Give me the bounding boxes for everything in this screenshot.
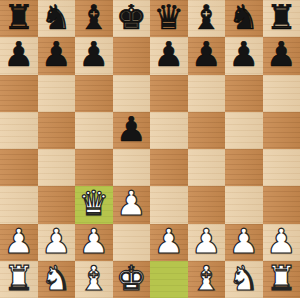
square-r3c6[interactable] — [225, 112, 263, 149]
black-pawn[interactable]: ♟ — [266, 37, 296, 73]
square-r4c0[interactable] — [0, 149, 38, 186]
square-r5c7[interactable] — [263, 186, 301, 223]
square-r4c7[interactable] — [263, 149, 301, 186]
square-r2c4[interactable] — [150, 75, 188, 112]
square-r3c0[interactable] — [0, 112, 38, 149]
black-pawn[interactable]: ♟ — [191, 37, 221, 73]
square-r5c6[interactable] — [225, 186, 263, 223]
square-r2c2[interactable] — [75, 75, 113, 112]
black-pawn[interactable]: ♟ — [79, 37, 109, 73]
white-bishop[interactable]: ♝ — [79, 261, 109, 297]
white-knight[interactable]: ♞ — [229, 261, 259, 297]
white-pawn[interactable]: ♟ — [4, 224, 34, 260]
square-r1c0[interactable]: ♟ — [0, 37, 38, 74]
square-r1c1[interactable]: ♟ — [38, 37, 76, 74]
square-r4c2[interactable] — [75, 149, 113, 186]
square-r6c2[interactable]: ♟ — [75, 224, 113, 261]
black-knight[interactable]: ♞ — [41, 0, 71, 36]
black-bishop[interactable]: ♝ — [79, 0, 109, 36]
white-knight[interactable]: ♞ — [41, 261, 71, 297]
black-rook[interactable]: ♜ — [266, 0, 296, 36]
white-rook[interactable]: ♜ — [266, 261, 296, 297]
square-r5c5[interactable] — [188, 186, 226, 223]
square-r1c4[interactable]: ♟ — [150, 37, 188, 74]
square-r3c3[interactable]: ♟ — [113, 112, 151, 149]
square-r4c4[interactable] — [150, 149, 188, 186]
square-r2c0[interactable] — [0, 75, 38, 112]
square-r4c5[interactable] — [188, 149, 226, 186]
white-pawn[interactable]: ♟ — [116, 186, 146, 222]
square-r0c6[interactable]: ♞ — [225, 0, 263, 37]
white-pawn[interactable]: ♟ — [41, 224, 71, 260]
square-r2c5[interactable] — [188, 75, 226, 112]
square-r2c1[interactable] — [38, 75, 76, 112]
square-r7c3[interactable]: ♚ — [113, 261, 151, 298]
black-bishop[interactable]: ♝ — [191, 0, 221, 36]
white-pawn[interactable]: ♟ — [191, 224, 221, 260]
square-r5c2[interactable]: ♛ — [75, 186, 113, 223]
square-r1c3[interactable] — [113, 37, 151, 74]
black-pawn[interactable]: ♟ — [154, 37, 184, 73]
chess-board: ♜♞♝♚♛♝♞♜♟♟♟♟♟♟♟♟♛♟♟♟♟♟♟♟♟♜♞♝♚♝♞♜ — [0, 0, 300, 298]
white-queen[interactable]: ♛ — [79, 186, 109, 222]
square-r3c7[interactable] — [263, 112, 301, 149]
square-r4c6[interactable] — [225, 149, 263, 186]
square-r0c1[interactable]: ♞ — [38, 0, 76, 37]
square-r7c7[interactable]: ♜ — [263, 261, 301, 298]
white-rook[interactable]: ♜ — [4, 261, 34, 297]
white-king[interactable]: ♚ — [116, 261, 146, 297]
white-pawn[interactable]: ♟ — [229, 224, 259, 260]
square-r3c2[interactable] — [75, 112, 113, 149]
square-r7c1[interactable]: ♞ — [38, 261, 76, 298]
square-r6c7[interactable]: ♟ — [263, 224, 301, 261]
square-r5c4[interactable] — [150, 186, 188, 223]
square-r7c2[interactable]: ♝ — [75, 261, 113, 298]
square-r2c6[interactable] — [225, 75, 263, 112]
black-pawn[interactable]: ♟ — [41, 37, 71, 73]
square-r5c0[interactable] — [0, 186, 38, 223]
square-r1c2[interactable]: ♟ — [75, 37, 113, 74]
black-knight[interactable]: ♞ — [229, 0, 259, 36]
square-r7c6[interactable]: ♞ — [225, 261, 263, 298]
square-r6c3[interactable] — [113, 224, 151, 261]
square-r3c5[interactable] — [188, 112, 226, 149]
square-r4c3[interactable] — [113, 149, 151, 186]
square-r1c5[interactable]: ♟ — [188, 37, 226, 74]
black-king[interactable]: ♚ — [116, 0, 146, 36]
square-r6c5[interactable]: ♟ — [188, 224, 226, 261]
square-r5c3[interactable]: ♟ — [113, 186, 151, 223]
white-pawn[interactable]: ♟ — [79, 224, 109, 260]
black-pawn[interactable]: ♟ — [229, 37, 259, 73]
square-r7c0[interactable]: ♜ — [0, 261, 38, 298]
square-r6c4[interactable]: ♟ — [150, 224, 188, 261]
square-r0c7[interactable]: ♜ — [263, 0, 301, 37]
square-r7c5[interactable]: ♝ — [188, 261, 226, 298]
square-r0c3[interactable]: ♚ — [113, 0, 151, 37]
square-r7c4[interactable] — [150, 261, 188, 298]
square-r6c1[interactable]: ♟ — [38, 224, 76, 261]
square-r0c2[interactable]: ♝ — [75, 0, 113, 37]
black-pawn[interactable]: ♟ — [116, 112, 146, 148]
square-r5c1[interactable] — [38, 186, 76, 223]
square-r0c0[interactable]: ♜ — [0, 0, 38, 37]
square-r0c4[interactable]: ♛ — [150, 0, 188, 37]
square-r2c3[interactable] — [113, 75, 151, 112]
square-r6c0[interactable]: ♟ — [0, 224, 38, 261]
square-r3c4[interactable] — [150, 112, 188, 149]
square-r3c1[interactable] — [38, 112, 76, 149]
square-r4c1[interactable] — [38, 149, 76, 186]
square-r1c6[interactable]: ♟ — [225, 37, 263, 74]
black-pawn[interactable]: ♟ — [4, 37, 34, 73]
white-pawn[interactable]: ♟ — [154, 224, 184, 260]
square-r1c7[interactable]: ♟ — [263, 37, 301, 74]
square-r6c6[interactable]: ♟ — [225, 224, 263, 261]
square-r2c7[interactable] — [263, 75, 301, 112]
square-r0c5[interactable]: ♝ — [188, 0, 226, 37]
black-queen[interactable]: ♛ — [154, 0, 184, 36]
black-rook[interactable]: ♜ — [4, 0, 34, 36]
white-bishop[interactable]: ♝ — [191, 261, 221, 297]
white-pawn[interactable]: ♟ — [266, 224, 296, 260]
